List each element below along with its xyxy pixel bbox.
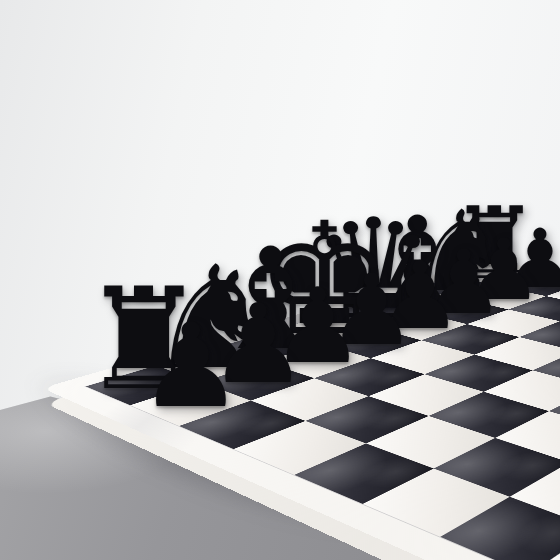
pieces-layer: ♜♞♝♚♛♝♞♜♟♟♟♟♟♟♟♟	[0, 0, 560, 560]
piece-black-pawn-h7[interactable]: ♟	[139, 307, 243, 423]
pawn-glyph: ♟	[139, 307, 243, 423]
chess-set-photo-scene: ♜♞♝♚♛♝♞♜♟♟♟♟♟♟♟♟	[0, 0, 560, 560]
